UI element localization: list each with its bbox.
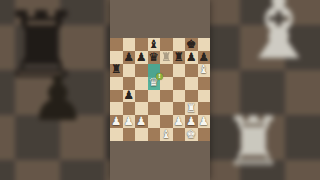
piece-white-pawn-c2[interactable]: ♟ [135, 115, 148, 128]
piece-white-pawn-a2[interactable]: ♟ [110, 115, 123, 128]
square-c8[interactable] [135, 38, 148, 51]
square-c4[interactable] [135, 90, 148, 103]
square-h6[interactable]: ♝ [198, 64, 211, 77]
square-b1[interactable] [123, 128, 136, 141]
square-f4[interactable] [173, 90, 186, 103]
square-a6[interactable]: ♜ [110, 64, 123, 77]
square-c2[interactable]: ♟ [135, 115, 148, 128]
square-f6[interactable] [173, 64, 186, 77]
piece-black-rook-f7[interactable]: ♜ [173, 51, 186, 64]
square-e8[interactable] [160, 38, 173, 51]
square-c7[interactable]: ♟ [135, 51, 148, 64]
square-d1[interactable] [148, 128, 161, 141]
square-h1[interactable] [198, 128, 211, 141]
piece-black-pawn-b4[interactable]: ♟ [123, 90, 136, 103]
square-g6[interactable] [185, 64, 198, 77]
square-c5[interactable] [135, 77, 148, 90]
piece-white-pawn-h2[interactable]: ♟ [198, 115, 211, 128]
square-h4[interactable] [198, 90, 211, 103]
square-h5[interactable] [198, 77, 211, 90]
square-e1[interactable]: ♝ [160, 128, 173, 141]
square-b8[interactable] [123, 38, 136, 51]
square-f7[interactable]: ♜ [173, 51, 186, 64]
piece-white-bishop-h6[interactable]: ♝ [198, 64, 211, 77]
piece-black-queen-d7[interactable]: ♛ [148, 51, 161, 64]
piece-black-rook-a6[interactable]: ♜ [110, 64, 123, 77]
piece-black-pawn-g7[interactable]: ♟ [185, 51, 198, 64]
square-b2[interactable]: ♟ [123, 115, 136, 128]
square-c1[interactable] [135, 128, 148, 141]
square-a8[interactable] [110, 38, 123, 51]
square-f8[interactable] [173, 38, 186, 51]
square-g7[interactable]: ♟ [185, 51, 198, 64]
square-g5[interactable] [185, 77, 198, 90]
square-b7[interactable]: ♟ [123, 51, 136, 64]
square-e3[interactable] [160, 102, 173, 115]
square-f2[interactable]: ♟ [173, 115, 186, 128]
square-g8[interactable]: ♚ [185, 38, 198, 51]
square-e4[interactable] [160, 90, 173, 103]
square-e7[interactable]: ♜ [160, 51, 173, 64]
piece-black-king-g8[interactable]: ♚ [185, 38, 198, 51]
square-a4[interactable] [110, 90, 123, 103]
piece-white-pawn-f2[interactable]: ♟ [173, 115, 186, 128]
giant-white-bishop: ♝ [239, 0, 318, 72]
square-d8[interactable]: ♝ [148, 38, 161, 51]
square-b6[interactable] [123, 64, 136, 77]
piece-white-pawn-b2[interactable]: ♟ [123, 115, 136, 128]
square-d7[interactable]: ♛ [148, 51, 161, 64]
square-d3[interactable] [148, 102, 161, 115]
square-h2[interactable]: ♟ [198, 115, 211, 128]
square-h8[interactable] [198, 38, 211, 51]
piece-black-bishop-d8[interactable]: ♝ [148, 38, 161, 51]
square-g1[interactable]: ♚ [185, 128, 198, 141]
piece-black-pawn-b7[interactable]: ♟ [123, 51, 136, 64]
square-f5[interactable] [173, 77, 186, 90]
chess-board[interactable]: ♝♚♟♟♛♜♜♟♟♜♝♛♟♜♟♟♟♟♟♟♝♚! [110, 38, 210, 141]
square-c6[interactable] [135, 64, 148, 77]
square-a1[interactable] [110, 128, 123, 141]
square-d4[interactable] [148, 90, 161, 103]
square-b4[interactable]: ♟ [123, 90, 136, 103]
piece-black-pawn-c7[interactable]: ♟ [135, 51, 148, 64]
piece-white-bishop-e1[interactable]: ♝ [160, 128, 173, 141]
video-frame: ♜♟♝♜ ♝♚♟♟♛♜♜♟♟♜♝♛♟♜♟♟♟♟♟♟♝♚! [0, 0, 320, 180]
square-a5[interactable] [110, 77, 123, 90]
square-f1[interactable] [173, 128, 186, 141]
giant-black-pawn: ♟ [30, 68, 86, 130]
square-d2[interactable] [148, 115, 161, 128]
square-a2[interactable]: ♟ [110, 115, 123, 128]
piece-white-king-g1[interactable]: ♚ [185, 128, 198, 141]
giant-white-rook: ♜ [223, 108, 284, 176]
ghost-piece-e7: ♜ [160, 51, 173, 64]
